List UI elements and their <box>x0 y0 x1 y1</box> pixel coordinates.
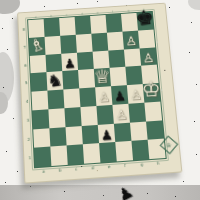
square-d4[interactable] <box>79 87 96 107</box>
rank-label-6: 6 <box>24 63 27 67</box>
square-e1[interactable] <box>99 142 117 162</box>
square-a6[interactable] <box>30 54 47 73</box>
file-label-top-g: g <box>127 9 129 13</box>
square-b8[interactable] <box>44 18 61 37</box>
square-c5[interactable] <box>62 70 79 89</box>
square-c1[interactable] <box>67 145 84 165</box>
square-c4[interactable] <box>63 88 80 108</box>
square-g3[interactable] <box>128 102 146 122</box>
piece-black-king-h8[interactable]: ♚ <box>134 8 155 30</box>
file-label-d: d <box>91 166 94 170</box>
pieces-layer: ♚♙♗♙♟♞♕♙♟♙♔♙♟ <box>18 4 165 14</box>
table-speckles <box>0 0 1 1</box>
piece-white-queen-e5[interactable]: ♕ <box>93 66 111 86</box>
rank-label-3: 3 <box>27 118 30 122</box>
piece-white-king-h4[interactable]: ♔ <box>142 80 162 101</box>
square-g6[interactable] <box>124 48 141 67</box>
square-e3[interactable] <box>96 105 113 125</box>
square-h2[interactable] <box>146 120 164 140</box>
rank-label-8: 8 <box>23 28 26 32</box>
mat-speckles <box>18 13 19 14</box>
file-label-top-d: d <box>81 12 83 16</box>
square-e8[interactable] <box>90 15 107 34</box>
square-f1[interactable] <box>115 141 133 161</box>
square-b4[interactable] <box>47 90 64 110</box>
square-b3[interactable] <box>48 108 65 128</box>
photo-scene: aabbccddeeffgghh12345678 ♔ · ‥ · ‥ ·· ♚♙… <box>0 0 200 200</box>
piece-white-pawn-h6[interactable]: ♙ <box>142 51 155 64</box>
square-f5[interactable] <box>110 67 127 86</box>
square-f7[interactable] <box>107 31 124 50</box>
square-e7[interactable] <box>91 32 108 51</box>
file-label-b: b <box>59 168 62 172</box>
file-label-a: a <box>42 170 45 174</box>
rank-label-1: 1 <box>28 156 31 160</box>
square-a4[interactable] <box>31 91 48 111</box>
square-h3[interactable] <box>144 101 162 121</box>
square-f6[interactable] <box>108 49 125 68</box>
piece-white-pawn-g4[interactable]: ♙ <box>129 88 142 102</box>
file-label-top-a: a <box>35 15 37 19</box>
piece-white-pawn-f3[interactable]: ♙ <box>115 108 128 122</box>
square-c7[interactable] <box>60 35 77 54</box>
file-label-g: g <box>140 163 143 167</box>
file-label-e: e <box>108 165 111 169</box>
square-h7[interactable] <box>138 29 155 48</box>
square-a1[interactable] <box>34 147 51 167</box>
vinyl-chess-mat: aabbccddeeffgghh12345678 ♔ · ‥ · ‥ ·· ♚♙… <box>17 3 182 184</box>
file-label-c: c <box>75 167 78 171</box>
rank-label-2: 2 <box>28 137 31 141</box>
square-d1[interactable] <box>83 143 101 163</box>
square-d8[interactable] <box>75 16 92 35</box>
square-g5[interactable] <box>125 66 142 85</box>
chess-mat-wrapper: aabbccddeeffgghh12345678 ♔ · ‥ · ‥ ·· ♚♙… <box>17 3 180 186</box>
square-d7[interactable] <box>76 33 93 52</box>
table-shadow-left-2 <box>0 92 8 114</box>
piece-black-pawn-f4[interactable]: ♟ <box>113 89 126 103</box>
square-c2[interactable] <box>65 126 82 146</box>
square-b7[interactable] <box>45 36 62 55</box>
square-g1[interactable] <box>131 140 149 160</box>
file-label-f: f <box>124 164 126 168</box>
file-label-top-b: b <box>50 14 52 18</box>
square-d3[interactable] <box>80 106 97 126</box>
square-a3[interactable] <box>32 109 49 129</box>
file-label-top-c: c <box>66 13 68 17</box>
table-shadow-left <box>0 52 14 104</box>
square-d2[interactable] <box>82 124 99 144</box>
file-label-top-e: e <box>97 11 99 15</box>
table-edge-shadow <box>0 185 200 200</box>
square-c8[interactable] <box>59 17 76 36</box>
square-a2[interactable] <box>33 128 50 148</box>
piece-black-pawn-c6[interactable]: ♟ <box>64 56 76 69</box>
piece-black-knight-b5[interactable]: ♞ <box>46 71 64 90</box>
square-f8[interactable] <box>106 14 123 32</box>
square-d6[interactable] <box>77 51 94 70</box>
rank-label-4: 4 <box>26 100 29 104</box>
square-a5[interactable] <box>31 72 48 91</box>
piece-white-pawn-g7[interactable]: ♙ <box>125 34 137 47</box>
square-g2[interactable] <box>130 121 148 141</box>
file-label-top-f: f <box>112 10 113 14</box>
square-b1[interactable] <box>50 146 67 166</box>
rank-label-7: 7 <box>23 45 26 49</box>
rank-label-5: 5 <box>25 81 28 85</box>
square-b2[interactable] <box>49 127 66 147</box>
table-shadow-top-right <box>188 0 200 10</box>
piece-white-pawn-e4[interactable]: ♙ <box>98 91 111 105</box>
piece-black-pawn-e2[interactable]: ♟ <box>100 128 113 142</box>
file-label-h: h <box>157 162 160 166</box>
square-f2[interactable] <box>114 122 132 142</box>
square-c3[interactable] <box>64 107 81 127</box>
